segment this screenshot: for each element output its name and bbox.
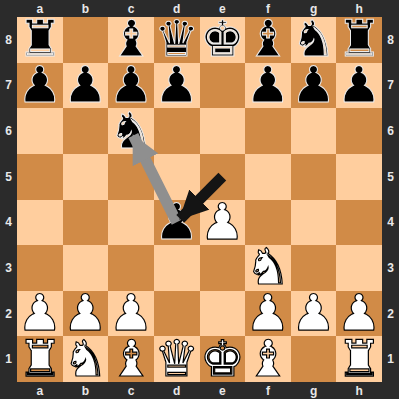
- rank-label-1: 1: [382, 336, 399, 382]
- piece-white-rook[interactable]: ♜: [17, 337, 62, 382]
- square-b6[interactable]: [63, 108, 109, 154]
- rank-label-2: 2: [382, 291, 399, 337]
- square-h4[interactable]: [336, 200, 382, 246]
- square-a5[interactable]: [17, 154, 63, 200]
- square-b4[interactable]: [63, 200, 109, 246]
- file-label-b: b: [63, 0, 109, 17]
- file-label-g: g: [291, 382, 337, 399]
- square-g1[interactable]: [291, 336, 337, 382]
- rank-label-6: 6: [0, 108, 17, 154]
- square-d1[interactable]: ♛: [154, 336, 200, 382]
- piece-black-king[interactable]: ♚: [200, 17, 245, 62]
- rank-label-5: 5: [382, 154, 399, 200]
- square-g4[interactable]: [291, 200, 337, 246]
- piece-white-bishop[interactable]: ♝: [246, 337, 291, 382]
- piece-black-pawn[interactable]: ♟: [63, 63, 108, 108]
- square-f7[interactable]: ♟: [245, 63, 291, 109]
- piece-black-pawn[interactable]: ♟: [291, 63, 336, 108]
- piece-black-pawn[interactable]: ♟: [17, 63, 62, 108]
- piece-black-knight[interactable]: ♞: [109, 109, 154, 154]
- square-e3[interactable]: [200, 245, 246, 291]
- square-h7[interactable]: ♟: [336, 63, 382, 109]
- rank-label-8: 8: [0, 17, 17, 63]
- square-f5[interactable]: [245, 154, 291, 200]
- rank-label-4: 4: [382, 200, 399, 246]
- piece-black-pawn[interactable]: ♟: [337, 63, 382, 108]
- rank-labels-left: 87654321: [0, 17, 17, 382]
- piece-white-pawn[interactable]: ♟: [200, 200, 245, 245]
- piece-black-pawn[interactable]: ♟: [154, 63, 199, 108]
- square-e8[interactable]: ♚: [200, 17, 246, 63]
- square-g7[interactable]: ♟: [291, 63, 337, 109]
- rank-label-3: 3: [0, 245, 17, 291]
- piece-white-pawn[interactable]: ♟: [291, 291, 336, 336]
- square-g2[interactable]: ♟: [291, 291, 337, 337]
- square-g6[interactable]: [291, 108, 337, 154]
- chess-board: ♜♝♛♚♝♞♜♟♟♟♟♟♟♟♞♟♟♞♟♟♟♟♟♟♜♞♝♛♚♝♜: [17, 17, 382, 382]
- square-b7[interactable]: ♟: [63, 63, 109, 109]
- square-g5[interactable]: [291, 154, 337, 200]
- piece-white-queen[interactable]: ♛: [154, 337, 199, 382]
- square-a6[interactable]: [17, 108, 63, 154]
- rank-label-3: 3: [382, 245, 399, 291]
- rank-label-4: 4: [0, 200, 17, 246]
- rank-label-6: 6: [382, 108, 399, 154]
- rank-label-7: 7: [382, 63, 399, 109]
- rank-label-8: 8: [382, 17, 399, 63]
- square-h6[interactable]: [336, 108, 382, 154]
- square-c5[interactable]: [108, 154, 154, 200]
- square-a7[interactable]: ♟: [17, 63, 63, 109]
- rank-label-5: 5: [0, 154, 17, 200]
- square-d3[interactable]: [154, 245, 200, 291]
- square-e1[interactable]: ♚: [200, 336, 246, 382]
- square-a1[interactable]: ♜: [17, 336, 63, 382]
- square-a4[interactable]: [17, 200, 63, 246]
- square-e7[interactable]: [200, 63, 246, 109]
- square-e6[interactable]: [200, 108, 246, 154]
- piece-white-king[interactable]: ♚: [200, 337, 245, 382]
- square-c1[interactable]: ♝: [108, 336, 154, 382]
- rank-label-1: 1: [0, 336, 17, 382]
- square-c6[interactable]: ♞: [108, 108, 154, 154]
- piece-black-pawn[interactable]: ♟: [154, 200, 199, 245]
- square-d7[interactable]: ♟: [154, 63, 200, 109]
- square-d6[interactable]: [154, 108, 200, 154]
- square-h1[interactable]: ♜: [336, 336, 382, 382]
- piece-black-pawn[interactable]: ♟: [246, 63, 291, 108]
- square-f6[interactable]: [245, 108, 291, 154]
- square-b5[interactable]: [63, 154, 109, 200]
- square-d4[interactable]: ♟: [154, 200, 200, 246]
- chess-board-app: abcdefgh abcdefgh 87654321 87654321 ♜♝♛♚…: [0, 0, 399, 399]
- square-e4[interactable]: ♟: [200, 200, 246, 246]
- piece-white-rook[interactable]: ♜: [337, 337, 382, 382]
- square-c4[interactable]: [108, 200, 154, 246]
- piece-white-knight[interactable]: ♞: [63, 337, 108, 382]
- piece-white-bishop[interactable]: ♝: [109, 337, 154, 382]
- rank-label-2: 2: [0, 291, 17, 337]
- rank-label-7: 7: [0, 63, 17, 109]
- square-b1[interactable]: ♞: [63, 336, 109, 382]
- square-f1[interactable]: ♝: [245, 336, 291, 382]
- rank-labels-right: 87654321: [382, 17, 399, 382]
- square-h5[interactable]: [336, 154, 382, 200]
